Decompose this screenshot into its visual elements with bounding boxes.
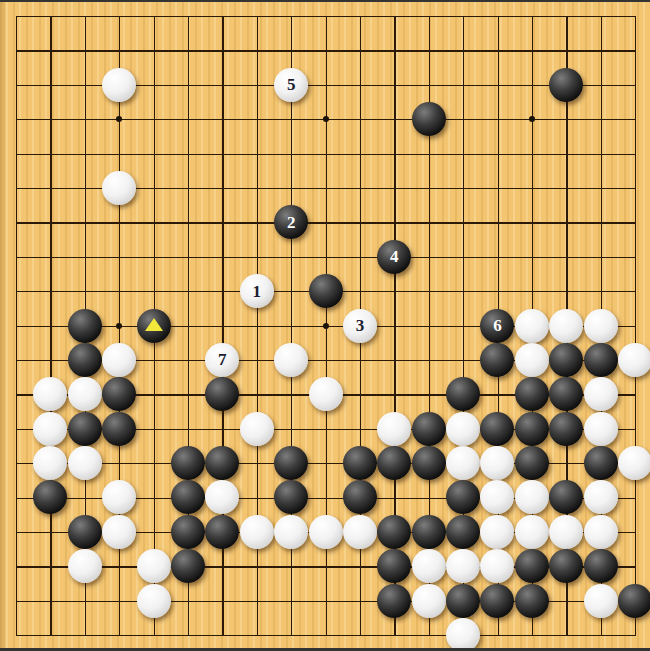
stone-black[interactable] <box>480 584 514 618</box>
intersection[interactable] <box>240 412 274 446</box>
intersection[interactable] <box>377 549 411 583</box>
intersection[interactable] <box>308 412 342 446</box>
intersection[interactable] <box>171 480 205 514</box>
intersection[interactable] <box>377 102 411 136</box>
intersection[interactable] <box>240 102 274 136</box>
intersection[interactable] <box>171 583 205 617</box>
intersection[interactable] <box>308 618 342 651</box>
intersection[interactable] <box>343 274 377 308</box>
stone-white[interactable] <box>274 343 308 377</box>
intersection[interactable] <box>205 171 239 205</box>
intersection[interactable] <box>274 240 308 274</box>
intersection[interactable] <box>515 515 549 549</box>
intersection[interactable] <box>377 343 411 377</box>
intersection[interactable] <box>343 480 377 514</box>
intersection[interactable] <box>136 377 170 411</box>
stone-white[interactable] <box>102 480 136 514</box>
intersection[interactable] <box>343 68 377 102</box>
intersection[interactable] <box>412 274 446 308</box>
intersection[interactable] <box>274 274 308 308</box>
stone-black[interactable]: 4 <box>377 240 411 274</box>
intersection[interactable] <box>136 274 170 308</box>
stone-black[interactable] <box>205 515 239 549</box>
stone-white[interactable] <box>205 480 239 514</box>
intersection[interactable] <box>412 549 446 583</box>
intersection[interactable] <box>377 515 411 549</box>
stone-black[interactable] <box>171 480 205 514</box>
intersection[interactable] <box>343 171 377 205</box>
stone-black[interactable] <box>102 412 136 446</box>
intersection[interactable] <box>240 583 274 617</box>
intersection[interactable] <box>446 205 480 239</box>
intersection[interactable] <box>480 68 514 102</box>
stone-white[interactable] <box>377 412 411 446</box>
intersection[interactable] <box>412 0 446 33</box>
stone-white[interactable] <box>68 446 102 480</box>
intersection[interactable] <box>515 205 549 239</box>
stone-black[interactable] <box>549 68 583 102</box>
intersection[interactable] <box>33 618 67 651</box>
intersection[interactable] <box>68 102 102 136</box>
intersection[interactable] <box>618 377 650 411</box>
intersection[interactable] <box>102 274 136 308</box>
intersection[interactable] <box>446 618 480 651</box>
go-board[interactable]: 5241367 <box>0 0 650 651</box>
intersection[interactable] <box>446 515 480 549</box>
intersection[interactable] <box>480 412 514 446</box>
intersection[interactable] <box>171 515 205 549</box>
intersection[interactable] <box>446 480 480 514</box>
intersection[interactable] <box>480 343 514 377</box>
intersection[interactable] <box>480 515 514 549</box>
intersection[interactable] <box>343 618 377 651</box>
intersection[interactable] <box>583 136 617 170</box>
intersection[interactable] <box>136 240 170 274</box>
intersection[interactable] <box>446 412 480 446</box>
intersection[interactable] <box>618 0 650 33</box>
intersection[interactable] <box>33 171 67 205</box>
intersection[interactable] <box>205 549 239 583</box>
stone-black[interactable] <box>584 549 618 583</box>
intersection[interactable] <box>583 205 617 239</box>
intersection[interactable] <box>618 136 650 170</box>
stone-white[interactable]: 1 <box>240 274 274 308</box>
stone-black[interactable] <box>205 446 239 480</box>
intersection[interactable] <box>136 515 170 549</box>
intersection[interactable] <box>446 171 480 205</box>
intersection[interactable] <box>446 308 480 342</box>
intersection[interactable] <box>515 68 549 102</box>
stone-black[interactable] <box>309 274 343 308</box>
intersection[interactable] <box>171 618 205 651</box>
stone-black[interactable] <box>377 515 411 549</box>
intersection[interactable] <box>171 102 205 136</box>
intersection[interactable] <box>240 205 274 239</box>
intersection[interactable] <box>33 583 67 617</box>
stone-white[interactable] <box>549 309 583 343</box>
stone-white[interactable] <box>309 515 343 549</box>
intersection[interactable] <box>274 583 308 617</box>
stone-white[interactable] <box>446 618 480 651</box>
intersection[interactable] <box>240 68 274 102</box>
stone-black[interactable] <box>171 446 205 480</box>
intersection[interactable] <box>480 136 514 170</box>
intersection[interactable] <box>618 102 650 136</box>
intersection[interactable] <box>136 412 170 446</box>
intersection[interactable] <box>205 240 239 274</box>
stone-black[interactable] <box>33 480 67 514</box>
intersection[interactable] <box>343 446 377 480</box>
intersection[interactable] <box>549 0 583 33</box>
stone-white[interactable] <box>584 480 618 514</box>
intersection[interactable] <box>618 549 650 583</box>
intersection[interactable]: 6 <box>480 308 514 342</box>
intersection[interactable] <box>618 171 650 205</box>
stone-white[interactable] <box>137 584 171 618</box>
intersection[interactable]: 3 <box>343 308 377 342</box>
intersection[interactable] <box>171 33 205 67</box>
intersection[interactable] <box>412 515 446 549</box>
intersection[interactable] <box>171 0 205 33</box>
intersection[interactable] <box>68 515 102 549</box>
intersection[interactable] <box>205 446 239 480</box>
intersection[interactable] <box>583 515 617 549</box>
intersection[interactable] <box>68 446 102 480</box>
intersection[interactable] <box>618 274 650 308</box>
intersection[interactable] <box>343 33 377 67</box>
intersection[interactable] <box>446 274 480 308</box>
intersection[interactable] <box>446 446 480 480</box>
stone-black[interactable] <box>274 446 308 480</box>
intersection[interactable] <box>446 549 480 583</box>
intersection[interactable] <box>136 136 170 170</box>
intersection[interactable] <box>102 205 136 239</box>
intersection[interactable] <box>412 308 446 342</box>
intersection[interactable]: 5 <box>274 68 308 102</box>
intersection[interactable] <box>618 412 650 446</box>
intersection[interactable] <box>205 68 239 102</box>
intersection[interactable] <box>33 205 67 239</box>
intersection[interactable] <box>308 33 342 67</box>
intersection[interactable] <box>102 0 136 33</box>
stone-white[interactable] <box>102 68 136 102</box>
intersection[interactable] <box>205 308 239 342</box>
intersection[interactable] <box>308 240 342 274</box>
stone-white[interactable] <box>480 549 514 583</box>
intersection[interactable] <box>583 171 617 205</box>
stone-white[interactable] <box>343 515 377 549</box>
intersection[interactable] <box>33 446 67 480</box>
stone-white[interactable] <box>309 377 343 411</box>
stone-white[interactable] <box>515 309 549 343</box>
stone-white[interactable] <box>515 480 549 514</box>
intersection[interactable] <box>240 549 274 583</box>
intersection[interactable] <box>205 0 239 33</box>
intersection[interactable] <box>549 446 583 480</box>
intersection[interactable] <box>549 412 583 446</box>
stone-black[interactable] <box>412 412 446 446</box>
intersection[interactable] <box>618 33 650 67</box>
intersection[interactable] <box>274 446 308 480</box>
intersection[interactable] <box>412 377 446 411</box>
intersection[interactable] <box>583 102 617 136</box>
intersection[interactable] <box>308 0 342 33</box>
intersection[interactable] <box>377 583 411 617</box>
intersection[interactable] <box>343 343 377 377</box>
intersection[interactable] <box>549 171 583 205</box>
stone-black[interactable] <box>446 584 480 618</box>
intersection[interactable] <box>412 446 446 480</box>
intersection[interactable] <box>274 515 308 549</box>
intersection[interactable] <box>171 240 205 274</box>
intersection[interactable] <box>515 583 549 617</box>
intersection[interactable] <box>343 240 377 274</box>
intersection[interactable] <box>171 377 205 411</box>
intersection[interactable] <box>33 68 67 102</box>
intersection[interactable] <box>136 68 170 102</box>
intersection[interactable] <box>205 377 239 411</box>
stone-black[interactable] <box>446 515 480 549</box>
stone-white[interactable] <box>584 377 618 411</box>
intersection[interactable]: 1 <box>240 274 274 308</box>
intersection[interactable] <box>412 33 446 67</box>
intersection[interactable] <box>308 274 342 308</box>
intersection[interactable] <box>33 412 67 446</box>
intersection[interactable] <box>515 549 549 583</box>
intersection[interactable] <box>274 136 308 170</box>
stone-black[interactable] <box>171 549 205 583</box>
intersection[interactable] <box>480 480 514 514</box>
intersection[interactable] <box>618 618 650 651</box>
intersection[interactable] <box>480 33 514 67</box>
stone-white[interactable] <box>480 480 514 514</box>
intersection[interactable] <box>549 33 583 67</box>
intersection[interactable] <box>515 308 549 342</box>
intersection[interactable] <box>583 68 617 102</box>
intersection[interactable] <box>68 412 102 446</box>
stone-black[interactable] <box>480 412 514 446</box>
intersection[interactable] <box>549 377 583 411</box>
intersection[interactable] <box>205 515 239 549</box>
intersection[interactable] <box>274 33 308 67</box>
intersection[interactable] <box>102 446 136 480</box>
stone-black[interactable] <box>412 515 446 549</box>
intersection[interactable] <box>515 274 549 308</box>
intersection[interactable] <box>102 171 136 205</box>
intersection[interactable] <box>377 377 411 411</box>
intersection[interactable] <box>33 102 67 136</box>
stone-black[interactable] <box>549 377 583 411</box>
intersection[interactable] <box>240 446 274 480</box>
stone-black[interactable] <box>205 377 239 411</box>
intersection[interactable] <box>343 136 377 170</box>
stone-black[interactable] <box>68 343 102 377</box>
stone-black[interactable] <box>343 480 377 514</box>
intersection[interactable] <box>583 480 617 514</box>
intersection[interactable] <box>274 618 308 651</box>
intersection[interactable] <box>240 308 274 342</box>
intersection[interactable] <box>343 102 377 136</box>
intersection[interactable] <box>33 0 67 33</box>
intersection[interactable]: 2 <box>274 205 308 239</box>
stone-white[interactable] <box>515 343 549 377</box>
stone-white[interactable] <box>68 377 102 411</box>
intersection[interactable] <box>377 308 411 342</box>
intersection[interactable] <box>583 618 617 651</box>
intersection[interactable] <box>102 377 136 411</box>
stone-black[interactable] <box>446 480 480 514</box>
stone-black[interactable] <box>68 412 102 446</box>
stone-white[interactable] <box>33 412 67 446</box>
stone-black[interactable] <box>584 343 618 377</box>
intersection[interactable] <box>618 308 650 342</box>
intersection[interactable] <box>549 583 583 617</box>
intersection[interactable] <box>308 446 342 480</box>
stone-black[interactable] <box>549 480 583 514</box>
intersection[interactable] <box>136 171 170 205</box>
intersection[interactable] <box>412 68 446 102</box>
intersection[interactable] <box>205 583 239 617</box>
intersection[interactable] <box>68 171 102 205</box>
intersection[interactable] <box>446 136 480 170</box>
intersection[interactable] <box>515 240 549 274</box>
intersection[interactable] <box>102 102 136 136</box>
intersection[interactable] <box>480 549 514 583</box>
intersection[interactable] <box>343 0 377 33</box>
intersection[interactable] <box>102 618 136 651</box>
intersection[interactable] <box>618 480 650 514</box>
stone-white[interactable] <box>137 549 171 583</box>
intersection[interactable] <box>583 274 617 308</box>
intersection[interactable] <box>583 33 617 67</box>
stone-black[interactable] <box>377 549 411 583</box>
intersection[interactable] <box>308 480 342 514</box>
stone-white[interactable] <box>102 171 136 205</box>
intersection[interactable] <box>205 136 239 170</box>
intersection[interactable] <box>102 583 136 617</box>
intersection[interactable] <box>136 549 170 583</box>
stone-black[interactable] <box>618 584 650 618</box>
intersection[interactable] <box>377 618 411 651</box>
stone-black[interactable] <box>515 446 549 480</box>
intersection[interactable] <box>618 515 650 549</box>
intersection[interactable] <box>308 343 342 377</box>
intersection[interactable] <box>33 377 67 411</box>
intersection[interactable] <box>446 240 480 274</box>
stone-white[interactable] <box>549 515 583 549</box>
stone-white[interactable] <box>584 515 618 549</box>
stone-black[interactable] <box>446 377 480 411</box>
stone-black[interactable] <box>377 584 411 618</box>
intersection[interactable] <box>205 412 239 446</box>
intersection[interactable] <box>480 377 514 411</box>
stone-black[interactable] <box>68 515 102 549</box>
intersection[interactable] <box>549 240 583 274</box>
intersection[interactable] <box>136 33 170 67</box>
intersection[interactable] <box>136 583 170 617</box>
intersection[interactable] <box>515 618 549 651</box>
intersection[interactable] <box>583 549 617 583</box>
intersection[interactable] <box>343 205 377 239</box>
intersection[interactable] <box>412 412 446 446</box>
stone-white[interactable] <box>412 549 446 583</box>
intersection[interactable] <box>274 343 308 377</box>
intersection[interactable] <box>171 205 205 239</box>
intersection[interactable] <box>377 446 411 480</box>
intersection[interactable] <box>377 68 411 102</box>
intersection[interactable] <box>480 618 514 651</box>
intersection[interactable] <box>102 33 136 67</box>
stone-white[interactable] <box>584 309 618 343</box>
intersection[interactable] <box>33 33 67 67</box>
stone-white[interactable]: 7 <box>205 343 239 377</box>
intersection[interactable] <box>102 68 136 102</box>
stone-black[interactable] <box>549 412 583 446</box>
intersection[interactable] <box>618 446 650 480</box>
intersection[interactable] <box>136 102 170 136</box>
intersection[interactable] <box>515 102 549 136</box>
stone-white[interactable] <box>102 343 136 377</box>
intersection[interactable] <box>274 308 308 342</box>
intersection[interactable] <box>33 515 67 549</box>
intersection[interactable] <box>412 102 446 136</box>
intersection[interactable] <box>583 377 617 411</box>
intersection[interactable] <box>102 549 136 583</box>
intersection[interactable] <box>480 0 514 33</box>
stone-white[interactable] <box>584 412 618 446</box>
stone-black[interactable] <box>377 446 411 480</box>
intersection[interactable] <box>377 136 411 170</box>
intersection[interactable] <box>136 308 170 342</box>
stone-black[interactable] <box>102 377 136 411</box>
stone-white[interactable] <box>412 584 446 618</box>
intersection[interactable] <box>171 446 205 480</box>
intersection[interactable] <box>33 480 67 514</box>
intersection[interactable] <box>308 583 342 617</box>
intersection[interactable] <box>102 412 136 446</box>
stone-white[interactable] <box>33 446 67 480</box>
stone-black[interactable]: 2 <box>274 205 308 239</box>
stone-white[interactable] <box>446 412 480 446</box>
intersection[interactable] <box>583 446 617 480</box>
intersection[interactable] <box>377 274 411 308</box>
intersection[interactable] <box>205 274 239 308</box>
intersection[interactable] <box>33 240 67 274</box>
stone-black[interactable] <box>584 446 618 480</box>
stone-white[interactable]: 5 <box>274 68 308 102</box>
intersection[interactable] <box>515 0 549 33</box>
intersection[interactable] <box>68 549 102 583</box>
intersection[interactable] <box>171 68 205 102</box>
intersection[interactable] <box>308 515 342 549</box>
intersection[interactable] <box>412 136 446 170</box>
intersection[interactable] <box>102 515 136 549</box>
intersection[interactable] <box>446 583 480 617</box>
stone-white[interactable] <box>584 584 618 618</box>
intersection[interactable] <box>308 308 342 342</box>
intersection[interactable] <box>446 102 480 136</box>
intersection[interactable] <box>102 343 136 377</box>
stone-white[interactable] <box>240 515 274 549</box>
stone-black[interactable] <box>515 377 549 411</box>
intersection[interactable] <box>549 549 583 583</box>
intersection[interactable] <box>136 0 170 33</box>
intersection[interactable] <box>343 515 377 549</box>
intersection[interactable] <box>583 583 617 617</box>
stone-white[interactable] <box>274 515 308 549</box>
stone-black[interactable] <box>515 584 549 618</box>
intersection[interactable] <box>618 343 650 377</box>
